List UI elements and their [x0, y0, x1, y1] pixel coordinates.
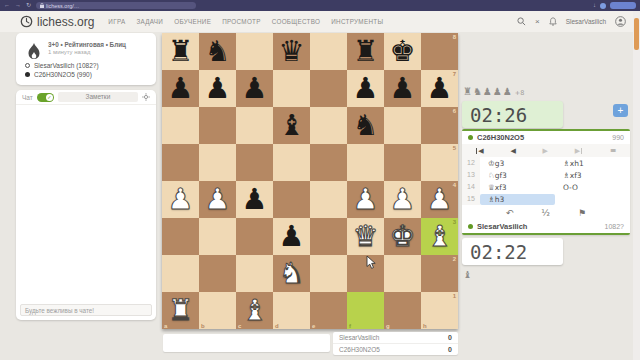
- square-h4[interactable]: ♟4: [421, 181, 458, 218]
- square-b1[interactable]: b: [199, 292, 236, 329]
- piece-white-queen-f3[interactable]: ♛: [347, 218, 384, 255]
- piece-white-bishop-c1[interactable]: ♝: [236, 292, 273, 329]
- black-clock: 02:26: [462, 101, 563, 128]
- square-e2[interactable]: [310, 255, 347, 292]
- move-white-12[interactable]: ♔g3: [480, 158, 555, 169]
- square-e7[interactable]: [310, 70, 347, 107]
- move-number: 15: [462, 193, 480, 205]
- square-d5[interactable]: [273, 144, 310, 181]
- move-row-15: 15♗h3: [462, 193, 630, 205]
- captured-bishop-icon: ♝: [463, 269, 473, 280]
- coord-file-c: c: [238, 323, 241, 329]
- square-h8[interactable]: 8: [421, 33, 458, 70]
- piece-black-pawn-f7[interactable]: ♟: [347, 70, 384, 107]
- chat-panel: Чат ✓ Заметки Будьте вежливы в чате!: [16, 90, 156, 320]
- white-player-line[interactable]: SlesarVasilich (1082?): [25, 61, 147, 70]
- white-player-name: SlesarVasilich (1082?): [34, 62, 99, 69]
- square-c7[interactable]: ♟: [236, 70, 273, 107]
- browser-profile-button[interactable]: [610, 2, 636, 9]
- square-e6[interactable]: [310, 107, 347, 144]
- browser-bar: ← → ↻ lichess.org/… ↓: [0, 0, 640, 11]
- piece-black-rook-a8[interactable]: ♜: [162, 33, 199, 70]
- browser-back-icon[interactable]: ←: [4, 0, 10, 11]
- move-black-14[interactable]: O-O: [555, 182, 630, 193]
- square-f1[interactable]: f: [347, 292, 384, 329]
- move-row-14: 14♕xf3O-O: [462, 181, 630, 193]
- nav-item-1[interactable]: ЗАДАЧИ: [136, 18, 163, 25]
- black-player-name: C26H30N2O5 (990): [34, 71, 92, 78]
- url-bar[interactable]: lichess.org/…: [36, 2, 196, 9]
- chat-input-placeholder: Будьте вежливы в чате!: [25, 307, 94, 314]
- browser-refresh-icon[interactable]: ↻: [26, 0, 31, 11]
- square-b3[interactable]: [199, 218, 236, 255]
- search-icon[interactable]: [517, 17, 526, 26]
- piece-black-pawn-b7[interactable]: ♟: [199, 70, 236, 107]
- white-player-row[interactable]: SlesarVasilich 1082?: [462, 220, 630, 233]
- chess-board[interactable]: ♜♞♛♜♚8♟♟♟♟♟♟7♝♞65♟♟♟♟♟♟4♟♛♚♝3♞2♜ab♝cdefg…: [162, 33, 458, 329]
- captured-by-white-row: ♝: [463, 270, 473, 280]
- square-f6[interactable]: ♞: [347, 107, 384, 144]
- square-g6[interactable]: [384, 107, 421, 144]
- score-player-name: C26H30N2O5: [339, 346, 380, 353]
- piece-black-pawn-d3[interactable]: ♟: [273, 218, 310, 255]
- square-f3[interactable]: ♛: [347, 218, 384, 255]
- white-color-icon: [25, 63, 30, 68]
- coord-file-g: g: [386, 323, 390, 329]
- square-d6[interactable]: ♝: [273, 107, 310, 144]
- game-info-card: 3+0 • Рейтинговая • Блиц 1 минуту назад …: [16, 33, 156, 85]
- piece-white-pawn-a4[interactable]: ♟: [162, 181, 199, 218]
- under-board-panel: [163, 334, 330, 352]
- black-color-icon: [25, 72, 30, 77]
- square-e8[interactable]: [310, 33, 347, 70]
- coord-file-d: d: [275, 323, 279, 329]
- coord-file-b: b: [201, 323, 205, 329]
- square-b6[interactable]: [199, 107, 236, 144]
- white-player-rating: 1082?: [605, 223, 624, 230]
- nav-item-2[interactable]: ОБУЧЕНИЕ: [174, 18, 211, 25]
- black-player-row[interactable]: C26H30N2O5 990: [462, 131, 630, 144]
- coord-rank-8: 8: [453, 34, 456, 40]
- prev-move-button[interactable]: ◀: [510, 147, 515, 155]
- browser-avatar-icon[interactable]: [600, 3, 606, 9]
- square-g7[interactable]: ♟: [384, 70, 421, 107]
- square-b4[interactable]: ♟: [199, 181, 236, 218]
- resign-button[interactable]: ⚑: [578, 208, 586, 218]
- captured-knight-icon: ♞: [473, 86, 483, 97]
- square-a7[interactable]: ♟: [162, 70, 199, 107]
- square-g1[interactable]: g: [384, 292, 421, 329]
- move-menu-icon[interactable]: ≡: [610, 146, 617, 155]
- square-h6[interactable]: 6: [421, 107, 458, 144]
- chat-toggle[interactable]: ✓: [37, 93, 54, 102]
- coord-rank-6: 6: [453, 108, 456, 114]
- square-c3[interactable]: [236, 218, 273, 255]
- square-b5[interactable]: [199, 144, 236, 181]
- time-control-label: 3+0 • Рейтинговая • Блиц: [48, 41, 150, 48]
- move-black-12[interactable]: ♗xh1: [555, 158, 630, 169]
- move-number: 12: [462, 157, 480, 169]
- close-icon[interactable]: ×: [535, 18, 540, 26]
- square-a6[interactable]: [162, 107, 199, 144]
- square-f4[interactable]: ♟: [347, 181, 384, 218]
- chat-input[interactable]: Будьте вежливы в чате!: [20, 304, 152, 316]
- square-d1[interactable]: d: [273, 292, 310, 329]
- score-row-0: SlesarVasilich0: [333, 332, 458, 343]
- piece-black-pawn-g7[interactable]: ♟: [384, 70, 421, 107]
- last-move-button[interactable]: ▶: [575, 147, 583, 155]
- material-advantage: +8: [515, 89, 525, 97]
- square-h3[interactable]: ♝3: [421, 218, 458, 255]
- piece-black-knight-b8[interactable]: ♞: [199, 33, 236, 70]
- piece-white-rook-a1[interactable]: ♜: [162, 292, 199, 329]
- mouse-cursor: [366, 255, 378, 270]
- square-d4[interactable]: [273, 181, 310, 218]
- score-value: 0: [448, 346, 452, 353]
- move-black-13[interactable]: ♗xf3: [555, 170, 630, 181]
- coord-file-e: e: [312, 323, 315, 329]
- header-username[interactable]: SlesarVasilich: [566, 18, 606, 25]
- browser-download-icon[interactable]: ↓: [593, 0, 596, 11]
- coord-file-h: h: [423, 323, 427, 329]
- square-c2[interactable]: [236, 255, 273, 292]
- piece-black-bishop-d6[interactable]: ♝: [273, 107, 310, 144]
- piece-black-pawn-a7[interactable]: ♟: [162, 70, 199, 107]
- black-player-line[interactable]: C26H30N2O5 (990): [25, 70, 147, 79]
- move-white-15[interactable]: ♗h3: [480, 194, 555, 205]
- square-h5[interactable]: 5: [421, 144, 458, 181]
- piece-white-pawn-g4[interactable]: ♟: [384, 181, 421, 218]
- nav-item-4[interactable]: СООБЩЕСТВО: [272, 18, 321, 25]
- captured-pawn-icon: ♟: [483, 86, 493, 97]
- white-clock-time: 02:22: [470, 241, 527, 263]
- move-row-12: 12♔g3♗xh1: [462, 157, 630, 169]
- chat-toggle-check-icon: ✓: [46, 94, 53, 101]
- square-a1[interactable]: ♜a: [162, 292, 199, 329]
- captured-pawn-icon: ♟: [493, 86, 503, 97]
- score-row-1: C26H30N2O50: [333, 343, 458, 355]
- square-a8[interactable]: ♜: [162, 33, 199, 70]
- move-white-13[interactable]: ♘gf3: [480, 170, 555, 181]
- piece-white-pawn-f4[interactable]: ♟: [347, 181, 384, 218]
- move-number: 14: [462, 181, 480, 193]
- nav-item-5[interactable]: ИНСТРУМЕНТЫ: [331, 18, 383, 25]
- padlock-icon: [40, 3, 44, 8]
- piece-white-king-g3[interactable]: ♚: [384, 218, 421, 255]
- scrollbar-thumb[interactable]: [634, 18, 639, 50]
- square-d2[interactable]: ♞: [273, 255, 310, 292]
- square-c6[interactable]: [236, 107, 273, 144]
- score-table: SlesarVasilich0C26H30N2O50: [333, 332, 458, 355]
- square-d3[interactable]: ♟: [273, 218, 310, 255]
- square-h7[interactable]: ♟7: [421, 70, 458, 107]
- white-player-row-name: SlesarVasilich: [477, 222, 527, 231]
- square-e4[interactable]: [310, 181, 347, 218]
- square-g2[interactable]: [384, 255, 421, 292]
- square-h1[interactable]: 1h: [421, 292, 458, 329]
- square-a4[interactable]: ♟: [162, 181, 199, 218]
- coord-rank-7: 7: [453, 71, 456, 77]
- square-d7[interactable]: [273, 70, 310, 107]
- moves-panel: C26H30N2O5 990 ◀ ◀ ▶ ▶ ≡ 12♔g3♗xh113♘gf3…: [462, 129, 630, 235]
- first-move-button[interactable]: ◀: [475, 147, 483, 155]
- square-f5[interactable]: [347, 144, 384, 181]
- coord-rank-4: 4: [453, 182, 456, 188]
- square-d8[interactable]: ♛: [273, 33, 310, 70]
- square-e1[interactable]: e: [310, 292, 347, 329]
- square-a2[interactable]: [162, 255, 199, 292]
- coord-rank-1: 1: [453, 293, 456, 299]
- square-b2[interactable]: [199, 255, 236, 292]
- score-value: 0: [448, 334, 452, 341]
- captured-rook-icon: ♜: [463, 86, 473, 97]
- coord-file-a: a: [164, 323, 167, 329]
- square-e5[interactable]: [310, 144, 347, 181]
- piece-black-queen-d8[interactable]: ♛: [273, 33, 310, 70]
- square-e3[interactable]: [310, 218, 347, 255]
- black-player-rating: 990: [612, 134, 624, 141]
- score-player-name: SlesarVasilich: [339, 334, 379, 341]
- white-clock: 02:22: [462, 238, 563, 265]
- square-a3[interactable]: [162, 218, 199, 255]
- square-h2[interactable]: 2: [421, 255, 458, 292]
- main-nav: ИГРАЗАДАЧИОБУЧЕНИЕПРОСМОТРСООБЩЕСТВОИНСТ…: [108, 18, 383, 25]
- move-row-13: 13♘gf3♗xf3: [462, 169, 630, 181]
- square-f8[interactable]: ♜: [347, 33, 384, 70]
- move-white-14[interactable]: ♕xf3: [480, 182, 555, 193]
- nav-item-0[interactable]: ИГРА: [108, 18, 125, 25]
- move-nav-bar: ◀ ◀ ▶ ▶ ≡: [462, 144, 630, 157]
- square-g8[interactable]: ♚: [384, 33, 421, 70]
- game-started-label: 1 минуту назад: [48, 49, 150, 55]
- chat-settings-icon[interactable]: [142, 93, 150, 101]
- square-g5[interactable]: [384, 144, 421, 181]
- piece-black-rook-f8[interactable]: ♜: [347, 33, 384, 70]
- square-c5[interactable]: [236, 144, 273, 181]
- square-b8[interactable]: ♞: [199, 33, 236, 70]
- online-dot-icon: [468, 224, 473, 229]
- square-g4[interactable]: ♟: [384, 181, 421, 218]
- black-clock-time: 02:26: [470, 104, 527, 126]
- draw-offer-button[interactable]: ½: [541, 208, 550, 218]
- site-title[interactable]: lichess.org: [37, 15, 94, 29]
- piece-white-pawn-b4[interactable]: ♟: [199, 181, 236, 218]
- blitz-flame-icon: [26, 42, 42, 62]
- coord-rank-2: 2: [453, 256, 456, 262]
- square-g3[interactable]: ♚: [384, 218, 421, 255]
- square-a5[interactable]: [162, 144, 199, 181]
- captured-pawn-icon: ♟: [503, 86, 513, 97]
- give-time-button[interactable]: +: [613, 104, 628, 117]
- square-c4[interactable]: ♟: [236, 181, 273, 218]
- black-player-row-name: C26H30N2O5: [477, 133, 524, 142]
- square-f7[interactable]: ♟: [347, 70, 384, 107]
- captured-by-black-row: ♜♞♟♟♟+8: [463, 87, 524, 98]
- coord-rank-5: 5: [453, 145, 456, 151]
- game-actions: ↶ ½ ⚑: [462, 205, 630, 220]
- piece-black-pawn-c7[interactable]: ♟: [236, 70, 273, 107]
- square-c1[interactable]: ♝c: [236, 292, 273, 329]
- online-dot-icon: [468, 135, 473, 140]
- lichess-logo-icon[interactable]: [20, 15, 33, 28]
- piece-black-knight-f6[interactable]: ♞: [347, 107, 384, 144]
- takeback-button[interactable]: ↶: [506, 208, 514, 218]
- page-scrollbar[interactable]: [633, 11, 640, 360]
- tab-chat[interactable]: Чат: [22, 94, 33, 101]
- move-list: 12♔g3♗xh113♘gf3♗xf314♕xf3O-O15♗h3: [462, 157, 630, 205]
- browser-forward-icon[interactable]: →: [15, 0, 21, 11]
- move-number: 13: [462, 169, 480, 181]
- nav-item-3[interactable]: ПРОСМОТР: [222, 18, 261, 25]
- square-b7[interactable]: ♟: [199, 70, 236, 107]
- next-move-button[interactable]: ▶: [543, 147, 548, 155]
- square-c8[interactable]: [236, 33, 273, 70]
- bell-icon[interactable]: [549, 17, 557, 26]
- piece-black-king-g8[interactable]: ♚: [384, 33, 421, 70]
- coord-rank-3: 3: [453, 219, 456, 225]
- coord-file-f: f: [349, 323, 351, 329]
- piece-white-knight-d2[interactable]: ♞: [273, 255, 310, 292]
- url-text: lichess.org/…: [46, 3, 79, 9]
- piece-black-pawn-c4[interactable]: ♟: [236, 181, 273, 218]
- site-header: lichess.org ИГРАЗАДАЧИОБУЧЕНИЕПРОСМОТРСО…: [0, 11, 640, 32]
- avatar-icon[interactable]: [615, 16, 626, 27]
- tab-notes[interactable]: Заметки: [58, 92, 138, 102]
